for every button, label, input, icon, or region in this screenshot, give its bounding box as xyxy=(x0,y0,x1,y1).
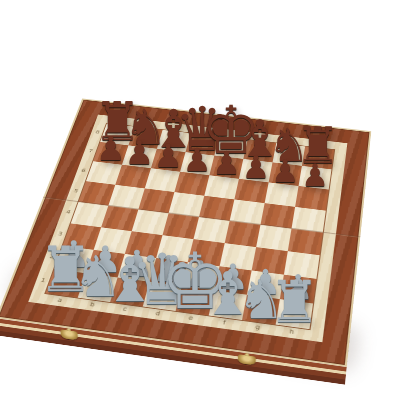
pieces-layer: ♜♞♝♛♚♝♞♜♟♟♟♟♟♟♟♟♟♟♟♟♟♟♟♟♜♞♝♛♚♝♞♜ xyxy=(0,0,400,400)
piece-black-pawn[interactable]: ♟ xyxy=(125,137,154,170)
piece-white-rook[interactable]: ♜ xyxy=(268,274,320,332)
piece-black-pawn[interactable]: ♟ xyxy=(154,140,183,172)
piece-black-pawn[interactable]: ♟ xyxy=(212,148,240,180)
product-photo: abcdefgh 87654321 ♜♞♝♛♚♝♞♜♟♟♟♟♟♟♟♟♟♟♟♟♟♟… xyxy=(0,0,400,400)
piece-black-pawn[interactable]: ♟ xyxy=(96,133,126,166)
piece-black-pawn[interactable]: ♟ xyxy=(271,156,299,187)
piece-black-pawn[interactable]: ♟ xyxy=(301,160,329,191)
piece-black-pawn[interactable]: ♟ xyxy=(242,152,270,183)
piece-black-pawn[interactable]: ♟ xyxy=(183,144,212,176)
